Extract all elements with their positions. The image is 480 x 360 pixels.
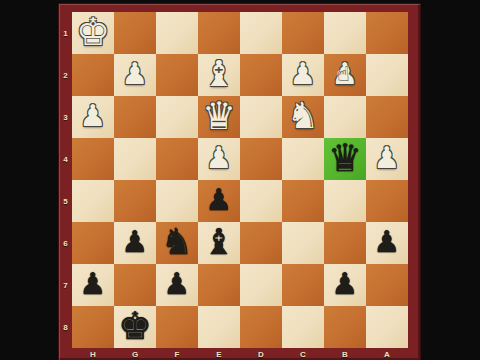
- piece-black-king-g8[interactable]: ♚: [118, 307, 152, 345]
- square-f4[interactable]: [156, 138, 198, 180]
- square-g3[interactable]: [114, 96, 156, 138]
- square-e7[interactable]: [198, 264, 240, 306]
- piece-black-knight-f6[interactable]: ♞: [161, 224, 193, 260]
- piece-black-pawn-b7[interactable]: ♟: [332, 269, 359, 299]
- square-f1[interactable]: [156, 12, 198, 54]
- piece-black-queen-b4[interactable]: ♛: [328, 139, 362, 177]
- square-b1[interactable]: [324, 12, 366, 54]
- square-h4[interactable]: [72, 138, 114, 180]
- piece-black-pawn-a6[interactable]: ♟: [374, 227, 401, 257]
- rank-label-1: 1: [59, 12, 72, 54]
- square-d4[interactable]: [240, 138, 282, 180]
- piece-white-pawn-h3[interactable]: ♟: [80, 101, 107, 131]
- rank-label-4: 4: [59, 138, 72, 180]
- square-h2[interactable]: [72, 54, 114, 96]
- square-h1[interactable]: ♚: [72, 12, 114, 54]
- square-g8[interactable]: ♚: [114, 306, 156, 348]
- square-a6[interactable]: ♟: [366, 222, 408, 264]
- piece-black-pawn-e5[interactable]: ♟: [206, 185, 233, 215]
- file-label-d: D: [240, 348, 282, 360]
- square-a3[interactable]: [366, 96, 408, 138]
- square-g1[interactable]: [114, 12, 156, 54]
- square-a2[interactable]: [366, 54, 408, 96]
- rank-label-2: 2: [59, 54, 72, 96]
- piece-black-pawn-f7[interactable]: ♟: [164, 269, 191, 299]
- square-f2[interactable]: [156, 54, 198, 96]
- piece-black-bishop-e6[interactable]: ♝: [203, 224, 235, 260]
- square-e1[interactable]: [198, 12, 240, 54]
- square-d3[interactable]: [240, 96, 282, 138]
- square-b5[interactable]: [324, 180, 366, 222]
- square-c5[interactable]: [282, 180, 324, 222]
- file-label-f: F: [156, 348, 198, 360]
- square-f3[interactable]: [156, 96, 198, 138]
- rank-label-3: 3: [59, 96, 72, 138]
- square-d6[interactable]: [240, 222, 282, 264]
- square-h8[interactable]: [72, 306, 114, 348]
- square-d2[interactable]: [240, 54, 282, 96]
- piece-black-pawn-g6[interactable]: ♟: [122, 227, 149, 257]
- square-b4[interactable]: ♛: [324, 138, 366, 180]
- square-b2[interactable]: ♟☝: [324, 54, 366, 96]
- file-label-g: G: [114, 348, 156, 360]
- rank-label-6: 6: [59, 222, 72, 264]
- square-g4[interactable]: [114, 138, 156, 180]
- piece-white-pawn-c2[interactable]: ♟: [290, 59, 317, 89]
- piece-white-pawn-g2[interactable]: ♟: [122, 59, 149, 89]
- square-f5[interactable]: [156, 180, 198, 222]
- piece-white-pawn-e4[interactable]: ♟: [206, 143, 233, 173]
- square-c6[interactable]: [282, 222, 324, 264]
- file-label-h: H: [72, 348, 114, 360]
- piece-white-knight-c3[interactable]: ♞: [287, 98, 319, 134]
- square-g6[interactable]: ♟: [114, 222, 156, 264]
- square-g2[interactable]: ♟: [114, 54, 156, 96]
- rank-label-5: 5: [59, 180, 72, 222]
- square-c2[interactable]: ♟: [282, 54, 324, 96]
- piece-white-queen-e3[interactable]: ♛: [202, 97, 236, 135]
- square-h5[interactable]: [72, 180, 114, 222]
- square-b3[interactable]: [324, 96, 366, 138]
- board-squares[interactable]: ♚♟♝♟♟☝♟♛♞♟♛♟♟♟♞♝♟♟♟♟♚: [72, 12, 408, 348]
- file-label-b: B: [324, 348, 366, 360]
- square-e8[interactable]: [198, 306, 240, 348]
- file-labels: HGFEDCBA: [72, 348, 408, 360]
- square-f7[interactable]: ♟: [156, 264, 198, 306]
- square-d7[interactable]: [240, 264, 282, 306]
- piece-white-king-h1[interactable]: ♚: [76, 13, 110, 51]
- square-h6[interactable]: [72, 222, 114, 264]
- square-b6[interactable]: [324, 222, 366, 264]
- square-a7[interactable]: [366, 264, 408, 306]
- square-d5[interactable]: [240, 180, 282, 222]
- square-e3[interactable]: ♛: [198, 96, 240, 138]
- file-label-c: C: [282, 348, 324, 360]
- square-a4[interactable]: ♟: [366, 138, 408, 180]
- square-a8[interactable]: [366, 306, 408, 348]
- rank-label-7: 7: [59, 264, 72, 306]
- piece-white-bishop-e2[interactable]: ♝: [203, 56, 235, 92]
- video-letterbox-stage: 12345678 ♚♟♝♟♟☝♟♛♞♟♛♟♟♟♞♝♟♟♟♟♚ HGFEDCBA: [0, 0, 480, 360]
- square-e5[interactable]: ♟: [198, 180, 240, 222]
- chess-board-frame: 12345678 ♚♟♝♟♟☝♟♛♞♟♛♟♟♟♞♝♟♟♟♟♚ HGFEDCBA: [59, 4, 420, 360]
- square-h3[interactable]: ♟: [72, 96, 114, 138]
- square-c4[interactable]: [282, 138, 324, 180]
- square-c1[interactable]: [282, 12, 324, 54]
- square-g7[interactable]: [114, 264, 156, 306]
- square-f8[interactable]: [156, 306, 198, 348]
- square-b8[interactable]: [324, 306, 366, 348]
- square-c8[interactable]: [282, 306, 324, 348]
- square-g5[interactable]: [114, 180, 156, 222]
- piece-white-pawn-b2[interactable]: ♟: [332, 59, 359, 89]
- piece-black-pawn-h7[interactable]: ♟: [80, 269, 107, 299]
- square-e4[interactable]: ♟: [198, 138, 240, 180]
- square-e6[interactable]: ♝: [198, 222, 240, 264]
- rank-labels: 12345678: [59, 12, 72, 348]
- piece-white-pawn-a4[interactable]: ♟: [374, 143, 401, 173]
- file-label-a: A: [366, 348, 408, 360]
- square-e2[interactable]: ♝: [198, 54, 240, 96]
- square-b7[interactable]: ♟: [324, 264, 366, 306]
- file-label-e: E: [198, 348, 240, 360]
- square-c7[interactable]: [282, 264, 324, 306]
- square-h7[interactable]: ♟: [72, 264, 114, 306]
- square-d8[interactable]: [240, 306, 282, 348]
- square-d1[interactable]: [240, 12, 282, 54]
- square-a5[interactable]: [366, 180, 408, 222]
- square-f6[interactable]: ♞: [156, 222, 198, 264]
- square-c3[interactable]: ♞: [282, 96, 324, 138]
- rank-label-8: 8: [59, 306, 72, 348]
- square-a1[interactable]: [366, 12, 408, 54]
